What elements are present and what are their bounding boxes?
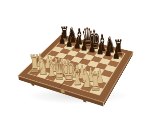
square-b1 [37,71,50,79]
square-h2 [94,80,107,88]
scene: ♜♞♝♛♚♝♞♜♟♟♟♟♟♟♟♟♟♟♟♟♟♟♟♟♜♞♝♛♚♝♞♜ [0,0,166,120]
square-h3 [97,75,110,83]
square-e4 [75,63,87,70]
square-g1 [80,83,93,92]
square-c1 [45,73,58,81]
square-g5 [96,63,108,70]
square-h1 [90,86,103,95]
square-h6 [108,60,120,67]
square-g3 [88,72,101,80]
square-f1 [71,81,84,89]
square-h5 [104,65,116,72]
square-f4 [84,65,96,72]
square-f2 [75,75,88,83]
square-c3 [54,63,66,70]
clasp [60,90,64,94]
square-g4 [92,67,104,74]
square-f3 [80,70,93,78]
square-c2 [50,68,63,75]
square-a1 [29,68,42,75]
square-f5 [87,61,99,68]
square-b2 [42,66,55,73]
square-g2 [84,78,97,86]
square-a2 [34,64,47,71]
square-h4 [101,70,113,78]
square-b3 [46,61,58,68]
